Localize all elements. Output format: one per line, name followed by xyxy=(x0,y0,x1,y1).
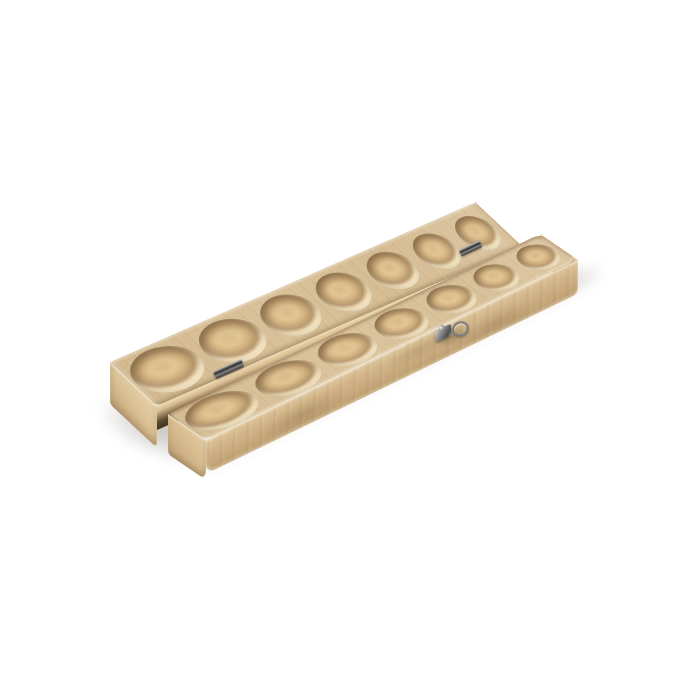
clasp-ring-icon xyxy=(450,319,472,340)
product-photo-canvas xyxy=(0,0,700,700)
